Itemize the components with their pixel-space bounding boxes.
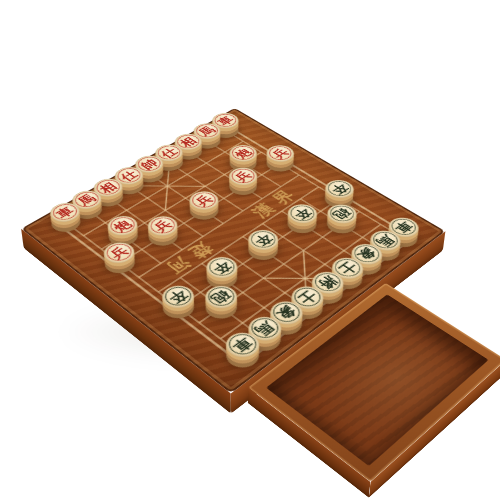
- perspective-wrapper: 楚河 漢界 車馬象士將士象馬車砲砲卒卒卒卒卒兵兵兵兵兵炮炮車馬相仕帥仕相馬車: [0, 0, 500, 500]
- product-photo-scene: 楚河 漢界 車馬象士將士象馬車砲砲卒卒卒卒卒兵兵兵兵兵炮炮車馬相仕帥仕相馬車: [0, 0, 500, 500]
- xiangqi-board: 楚河 漢界 車馬象士將士象馬車砲砲卒卒卒卒卒兵兵兵兵兵炮炮車馬相仕帥仕相馬車: [21, 108, 445, 394]
